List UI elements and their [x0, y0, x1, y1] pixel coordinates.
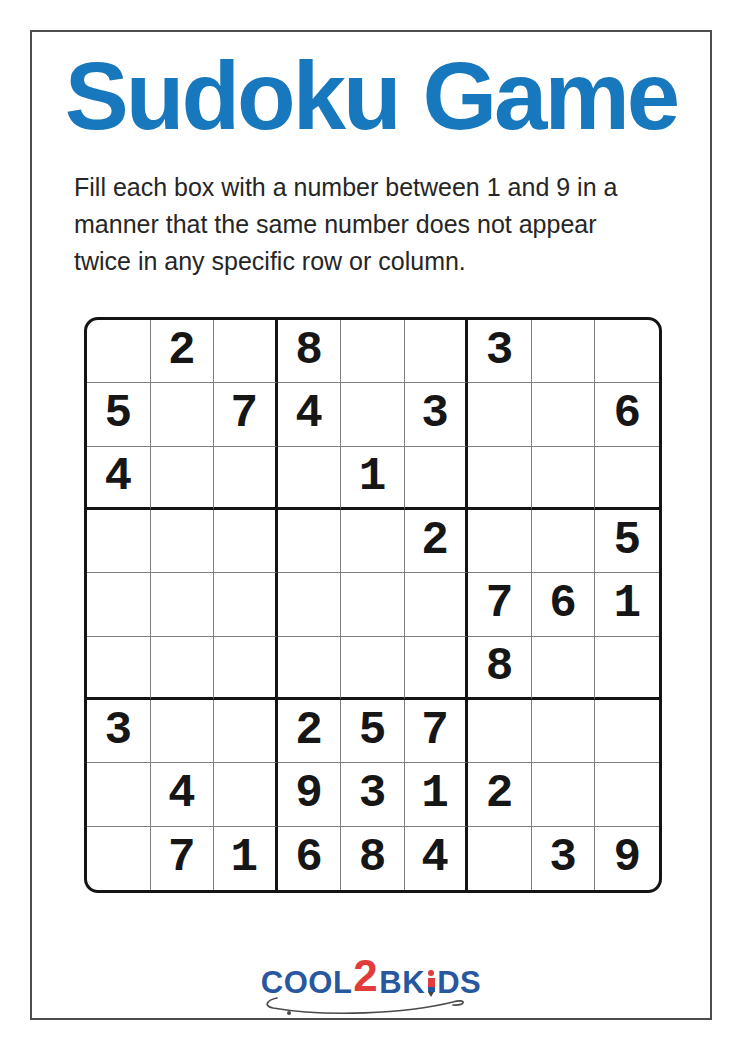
logo-part-cool: COOL — [261, 967, 353, 998]
cell-r7c8[interactable] — [532, 700, 596, 763]
cell-r9c9[interactable]: 9 — [595, 827, 659, 890]
cell-r2c3[interactable]: 7 — [214, 383, 278, 446]
pencil-icon — [427, 970, 435, 997]
cell-r2c2[interactable] — [151, 383, 215, 446]
cell-r4c2[interactable] — [151, 510, 215, 573]
cell-r5c8[interactable]: 6 — [532, 573, 596, 636]
logo-part-bk: BK — [379, 967, 425, 998]
cell-r2c4[interactable]: 4 — [278, 383, 342, 446]
cell-r3c2[interactable] — [151, 447, 215, 510]
cell-r8c1[interactable] — [87, 763, 151, 826]
cell-r3c5[interactable]: 1 — [341, 447, 405, 510]
cell-r1c2[interactable]: 2 — [151, 320, 215, 383]
cell-r7c2[interactable] — [151, 700, 215, 763]
cell-r9c4[interactable]: 6 — [278, 827, 342, 890]
cell-r1c1[interactable] — [87, 320, 151, 383]
cell-r9c5[interactable]: 8 — [341, 827, 405, 890]
cell-r7c5[interactable]: 5 — [341, 700, 405, 763]
cell-r2c8[interactable] — [532, 383, 596, 446]
cell-r3c3[interactable] — [214, 447, 278, 510]
instructions-line-2: manner that the same number does not app… — [74, 206, 710, 243]
cell-r4c5[interactable] — [341, 510, 405, 573]
cell-r9c1[interactable] — [87, 827, 151, 890]
instructions: Fill each box with a number between 1 an… — [74, 169, 710, 280]
instructions-line-1: Fill each box with a number between 1 an… — [74, 169, 710, 206]
cell-r5c9[interactable]: 1 — [595, 573, 659, 636]
cell-r5c6[interactable] — [405, 573, 469, 636]
cell-r2c7[interactable] — [468, 383, 532, 446]
cell-r6c7[interactable]: 8 — [468, 637, 532, 700]
cell-r3c1[interactable]: 4 — [87, 447, 151, 510]
cell-r8c7[interactable]: 2 — [468, 763, 532, 826]
instructions-line-3: twice in any specific row or column. — [74, 243, 710, 280]
logo: COOL 2 BK DS — [32, 954, 710, 1018]
cell-r6c3[interactable] — [214, 637, 278, 700]
cell-r4c3[interactable] — [214, 510, 278, 573]
cell-r7c6[interactable]: 7 — [405, 700, 469, 763]
cell-r6c9[interactable] — [595, 637, 659, 700]
cell-r1c4[interactable]: 8 — [278, 320, 342, 383]
cell-r7c3[interactable] — [214, 700, 278, 763]
cell-r9c2[interactable]: 7 — [151, 827, 215, 890]
cell-r4c1[interactable] — [87, 510, 151, 573]
cell-r6c6[interactable] — [405, 637, 469, 700]
cell-r1c7[interactable]: 3 — [468, 320, 532, 383]
cell-r9c8[interactable]: 3 — [532, 827, 596, 890]
sudoku-board: 28357436412576183257493127168439 — [84, 317, 662, 893]
cell-r9c3[interactable]: 1 — [214, 827, 278, 890]
cell-r5c3[interactable] — [214, 573, 278, 636]
logo-part-two: 2 — [353, 954, 378, 998]
cell-r7c7[interactable] — [468, 700, 532, 763]
cell-r3c8[interactable] — [532, 447, 596, 510]
cell-r1c6[interactable] — [405, 320, 469, 383]
cell-r4c4[interactable] — [278, 510, 342, 573]
cell-r3c9[interactable] — [595, 447, 659, 510]
cell-r4c9[interactable]: 5 — [595, 510, 659, 573]
cell-r2c5[interactable] — [341, 383, 405, 446]
cell-r5c7[interactable]: 7 — [468, 573, 532, 636]
cell-r8c2[interactable]: 4 — [151, 763, 215, 826]
cell-r7c4[interactable]: 2 — [278, 700, 342, 763]
cell-r8c3[interactable] — [214, 763, 278, 826]
cell-r6c5[interactable] — [341, 637, 405, 700]
cell-r5c2[interactable] — [151, 573, 215, 636]
cell-r9c7[interactable] — [468, 827, 532, 890]
cell-r7c9[interactable] — [595, 700, 659, 763]
cell-r4c6[interactable]: 2 — [405, 510, 469, 573]
cell-r6c1[interactable] — [87, 637, 151, 700]
cell-r1c8[interactable] — [532, 320, 596, 383]
cell-r7c1[interactable]: 3 — [87, 700, 151, 763]
worksheet-page: Sudoku Game Fill each box with a number … — [30, 30, 712, 1020]
cell-r5c4[interactable] — [278, 573, 342, 636]
cell-r3c7[interactable] — [468, 447, 532, 510]
cell-r1c9[interactable] — [595, 320, 659, 383]
cell-r5c5[interactable] — [341, 573, 405, 636]
cell-r3c4[interactable] — [278, 447, 342, 510]
cell-r8c9[interactable] — [595, 763, 659, 826]
page-title: Sudoku Game — [32, 32, 710, 147]
cell-r8c4[interactable]: 9 — [278, 763, 342, 826]
cell-r6c4[interactable] — [278, 637, 342, 700]
cell-r9c6[interactable]: 4 — [405, 827, 469, 890]
cell-r6c8[interactable] — [532, 637, 596, 700]
cell-r8c6[interactable]: 1 — [405, 763, 469, 826]
cell-r5c1[interactable] — [87, 573, 151, 636]
cell-r4c7[interactable] — [468, 510, 532, 573]
cell-r2c9[interactable]: 6 — [595, 383, 659, 446]
cell-r2c6[interactable]: 3 — [405, 383, 469, 446]
logo-text: COOL 2 BK DS — [261, 954, 481, 998]
cell-r2c1[interactable]: 5 — [87, 383, 151, 446]
cell-r4c8[interactable] — [532, 510, 596, 573]
cell-r6c2[interactable] — [151, 637, 215, 700]
cell-r8c8[interactable] — [532, 763, 596, 826]
cell-r1c5[interactable] — [341, 320, 405, 383]
logo-part-ds: DS — [437, 967, 481, 998]
cell-r1c3[interactable] — [214, 320, 278, 383]
cell-r8c5[interactable]: 3 — [341, 763, 405, 826]
cell-r3c6[interactable] — [405, 447, 469, 510]
